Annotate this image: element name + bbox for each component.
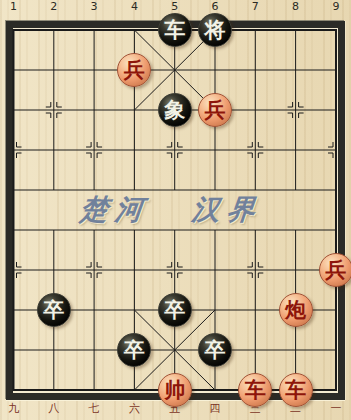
red-cannon[interactable]: 炮: [279, 293, 313, 327]
red-chariot[interactable]: 车: [238, 373, 272, 407]
black-elephant[interactable]: 象: [158, 93, 192, 127]
red-general[interactable]: 帅: [158, 373, 192, 407]
red-soldier[interactable]: 兵: [117, 53, 151, 87]
black-chariot[interactable]: 车: [158, 13, 192, 47]
pieces-grid: 车将兵象兵兵卒卒炮卒卒帅车车: [0, 10, 351, 410]
red-soldier[interactable]: 兵: [198, 93, 232, 127]
black-soldier[interactable]: 卒: [198, 333, 232, 367]
black-soldier[interactable]: 卒: [158, 293, 192, 327]
black-soldier[interactable]: 卒: [117, 333, 151, 367]
red-soldier[interactable]: 兵: [319, 253, 351, 287]
red-chariot[interactable]: 车: [279, 373, 313, 407]
xiangqi-board: 楚河 汉界 123456789 九八七六五四三二一 车将兵象兵兵卒卒炮卒卒帅车车: [0, 0, 351, 420]
black-soldier[interactable]: 卒: [37, 293, 71, 327]
black-general[interactable]: 将: [198, 13, 232, 47]
